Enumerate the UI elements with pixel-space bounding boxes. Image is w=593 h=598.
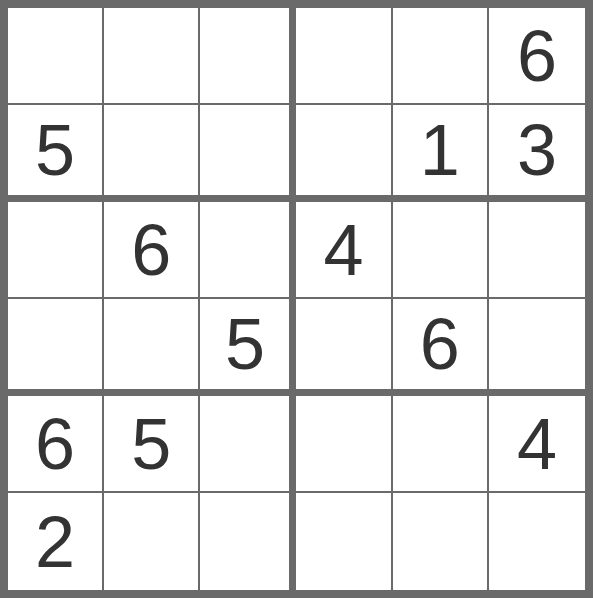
cell-empty[interactable]: [393, 8, 489, 105]
cell-given[interactable]: 4: [296, 202, 392, 299]
cell-empty[interactable]: [296, 105, 392, 202]
cell-empty[interactable]: [104, 8, 200, 105]
cell-empty[interactable]: [200, 105, 296, 202]
cell-empty[interactable]: [200, 493, 296, 590]
cell-empty[interactable]: [296, 8, 392, 105]
cell-empty[interactable]: [393, 396, 489, 493]
cell-given[interactable]: 6: [104, 202, 200, 299]
cell-given[interactable]: 4: [489, 396, 585, 493]
cell-empty[interactable]: [200, 8, 296, 105]
cell-empty[interactable]: [200, 202, 296, 299]
cell-empty[interactable]: [104, 105, 200, 202]
cell-empty[interactable]: [296, 396, 392, 493]
cell-empty[interactable]: [8, 8, 104, 105]
cell-empty[interactable]: [489, 202, 585, 299]
cell-given[interactable]: 6: [489, 8, 585, 105]
cell-given[interactable]: 5: [104, 396, 200, 493]
cell-given[interactable]: 5: [200, 299, 296, 396]
cell-given[interactable]: 6: [393, 299, 489, 396]
cell-empty[interactable]: [200, 396, 296, 493]
cell-empty[interactable]: [296, 299, 392, 396]
cell-empty[interactable]: [489, 493, 585, 590]
cell-empty[interactable]: [489, 299, 585, 396]
cell-empty[interactable]: [104, 493, 200, 590]
cell-empty[interactable]: [393, 493, 489, 590]
cell-empty[interactable]: [296, 493, 392, 590]
cell-empty[interactable]: [104, 299, 200, 396]
sudoku-board: 651364566542: [0, 0, 593, 598]
cell-given[interactable]: 3: [489, 105, 585, 202]
cell-given[interactable]: 1: [393, 105, 489, 202]
cell-empty[interactable]: [8, 299, 104, 396]
cell-given[interactable]: 2: [8, 493, 104, 590]
cell-empty[interactable]: [393, 202, 489, 299]
cell-given[interactable]: 5: [8, 105, 104, 202]
cell-empty[interactable]: [8, 202, 104, 299]
cell-given[interactable]: 6: [8, 396, 104, 493]
